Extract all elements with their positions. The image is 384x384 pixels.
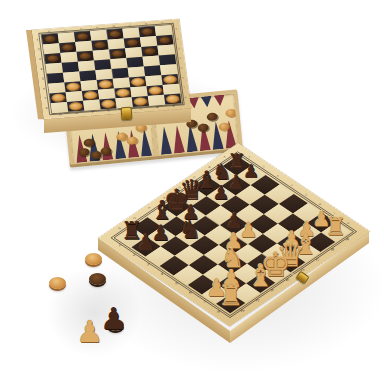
- backgammon-point-up: [171, 125, 185, 154]
- backgammon-point-up: [184, 123, 198, 152]
- backgammon-checker: [126, 137, 138, 146]
- checker-piece-dark: [143, 47, 157, 56]
- chess-rank-label: 4: [160, 272, 163, 275]
- checker-piece-light: [166, 95, 180, 104]
- chess-piece-dark-n: ♞: [179, 218, 201, 243]
- checker-piece-dark: [93, 41, 107, 50]
- chess-far-rank-label: 6: [319, 203, 322, 205]
- chess-piece-light-r: ♜: [325, 215, 347, 239]
- checkers-file-label: A: [172, 105, 175, 107]
- checkers-back-file-label: F: [80, 28, 83, 30]
- chess-piece-dark-p: ♟: [243, 163, 259, 181]
- chess-far-rank-label: 4: [291, 184, 294, 186]
- checkers-back-file-label: A: [161, 22, 164, 24]
- backgammon-checker: [79, 148, 91, 157]
- checkers-rank-label: 3: [39, 58, 42, 60]
- checkers-square: [83, 100, 100, 111]
- chess-far-file-label: A: [223, 156, 226, 158]
- chess-file-label: B: [331, 248, 335, 251]
- backgammon-checker: [197, 123, 209, 132]
- backgammon-point-down: [201, 96, 213, 108]
- checker-piece-dark: [46, 54, 60, 63]
- chess-rank-label: 5: [175, 282, 178, 285]
- checkers-file-label: H: [59, 113, 63, 115]
- checker-piece-dark: [75, 32, 89, 41]
- brass-clasp-top-box: [121, 107, 133, 121]
- loose-pawn-light: ♟: [77, 317, 104, 347]
- checkers-square: [132, 96, 149, 107]
- checker-piece-light: [133, 97, 147, 106]
- loose-pawn-dark: ♟: [101, 304, 128, 334]
- backgammon-checker: [115, 132, 127, 141]
- checkers-right-rank-label: 7: [183, 87, 185, 89]
- checkers-back-file-label: H: [48, 30, 51, 32]
- chess-far-rank-label: 3: [276, 175, 279, 177]
- checkers-file-label: B: [156, 106, 159, 108]
- chess-piece-light-r: ♜: [218, 283, 243, 311]
- checker-piece-light: [101, 99, 115, 108]
- checker-piece-light: [116, 88, 130, 97]
- chess-file-label: G: [256, 299, 260, 302]
- checker-piece-light: [148, 86, 162, 95]
- chess-far-rank-label: 8: [347, 222, 350, 224]
- checker-piece-light: [163, 75, 177, 84]
- chess-far-rank-label: 1: [248, 156, 251, 158]
- checkers-rank-label: 8: [45, 107, 48, 109]
- checkers-rank-label: 7: [44, 97, 47, 99]
- checker-piece-light: [69, 102, 83, 111]
- chess-piece-dark-p: ♟: [136, 232, 155, 254]
- checkers-board: HHGGFFEEDDCCBBAA1122334455667788: [32, 19, 191, 119]
- chess-far-rank-label: 2: [262, 165, 265, 167]
- backgammon-point-up: [158, 126, 172, 155]
- checkers-right-rank-label: 6: [182, 77, 184, 79]
- checker-piece-dark: [78, 52, 92, 61]
- checker-piece-light: [131, 77, 145, 86]
- chess-far-rank-label: 5: [305, 194, 308, 196]
- checker-piece-dark: [125, 38, 139, 47]
- checker-piece-dark: [110, 49, 124, 58]
- chess-piece-dark-p: ♟: [228, 173, 245, 192]
- checkers-back-file-label: E: [96, 27, 99, 29]
- checkers-file-label: F: [91, 111, 94, 113]
- checker-piece-dark: [140, 27, 154, 36]
- chess-piece-dark-p: ♟: [212, 183, 229, 202]
- checkers-right-rank-label: 1: [175, 28, 177, 30]
- checkers-right-rank-label: 2: [176, 38, 178, 40]
- checker-piece-dark: [61, 43, 75, 52]
- checkers-back-file-label: D: [112, 26, 115, 28]
- checkers-rank-label: 4: [40, 68, 43, 70]
- checkers-rank-label: 5: [41, 78, 44, 80]
- checkers-rank-label: 1: [36, 39, 39, 41]
- checkers-square: [51, 102, 68, 113]
- checker-piece-light: [98, 80, 112, 89]
- checkers-file-label: G: [75, 112, 78, 114]
- checker-piece-dark: [43, 34, 57, 43]
- backgammon-checker: [206, 113, 218, 122]
- chess-rank-label: 6: [189, 291, 192, 294]
- checkers-file-label: C: [140, 107, 143, 109]
- chess-rank-label: 3: [146, 263, 149, 266]
- chess-rank-label: 2: [132, 253, 135, 256]
- checkers-right-rank-label: 5: [180, 67, 182, 69]
- backgammon-point-down: [214, 95, 226, 107]
- backgammon-checker: [225, 109, 237, 118]
- checkers-file-label: E: [107, 110, 110, 112]
- checkers-rank-label: 6: [43, 87, 46, 89]
- checkers-back-file-label: B: [145, 23, 148, 25]
- checkers-rank-label: 2: [37, 48, 40, 50]
- checker-piece-light: [66, 82, 80, 91]
- checker-piece-dark: [158, 36, 172, 45]
- loose-checker-light: [85, 253, 102, 265]
- checkers-right-rank-label: 8: [184, 97, 186, 99]
- checkers-back-file-label: G: [64, 29, 67, 31]
- checker-piece-light: [51, 93, 65, 102]
- checker-piece-dark: [108, 30, 122, 39]
- product-photo-scene: HHGGFFEEDDCCBBAA1122334455667788 AABBCCD…: [0, 0, 384, 384]
- checkers-square: [148, 95, 165, 106]
- checkers-right-rank-label: 3: [178, 48, 180, 50]
- backgammon-point-up: [139, 128, 153, 157]
- chess-piece-light-b: ♝: [247, 261, 274, 291]
- loose-checker-dark: [89, 273, 106, 285]
- checkers-square: [67, 101, 84, 112]
- checker-piece-light: [83, 91, 97, 100]
- checkers-right-rank-label: 4: [179, 57, 181, 59]
- checkers-back-file-label: C: [129, 24, 132, 26]
- loose-checker-light: [49, 277, 66, 289]
- checkers-square: [164, 94, 181, 105]
